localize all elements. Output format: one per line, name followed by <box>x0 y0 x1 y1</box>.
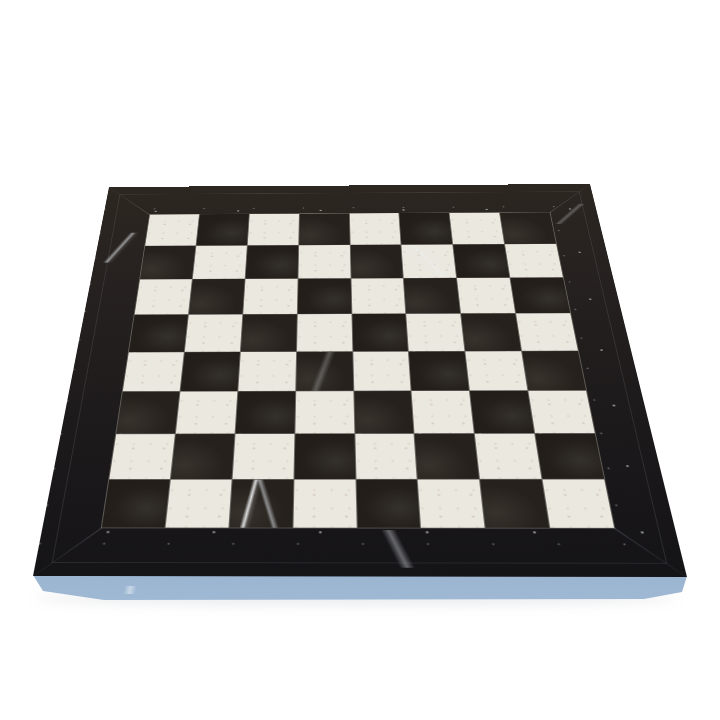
square-h7 <box>505 244 563 277</box>
square-d7 <box>298 245 350 278</box>
frame-miter-seam <box>614 528 688 578</box>
square-a8 <box>145 214 199 245</box>
square-e5 <box>352 314 408 351</box>
square-b7 <box>193 246 247 279</box>
square-c5 <box>241 314 297 351</box>
square-f8 <box>400 213 453 244</box>
square-d5 <box>297 314 352 351</box>
square-a6 <box>135 279 192 314</box>
square-b2 <box>171 434 235 479</box>
square-e2 <box>355 434 417 479</box>
square-e7 <box>350 245 403 278</box>
square-d3 <box>295 392 354 434</box>
square-h6 <box>510 278 570 313</box>
square-g5 <box>461 313 521 350</box>
square-g7 <box>453 244 509 277</box>
square-h3 <box>529 391 595 433</box>
square-b6 <box>189 279 245 314</box>
square-a5 <box>129 315 188 352</box>
square-e6 <box>351 278 406 313</box>
square-d1 <box>293 480 356 528</box>
square-f4 <box>409 351 469 391</box>
square-g2 <box>475 434 541 479</box>
square-f5 <box>407 314 465 351</box>
square-d2 <box>294 434 355 479</box>
square-f6 <box>404 278 460 313</box>
square-b5 <box>185 314 242 351</box>
square-e8 <box>349 213 400 244</box>
square-g6 <box>457 278 515 313</box>
square-a2 <box>109 434 174 479</box>
square-c1 <box>229 480 293 528</box>
square-h4 <box>522 351 586 391</box>
square-a7 <box>140 246 195 279</box>
square-f2 <box>415 434 479 479</box>
square-d8 <box>299 214 350 245</box>
square-c8 <box>248 214 299 245</box>
square-c4 <box>238 352 296 391</box>
photo-background <box>0 0 720 720</box>
frame-miter-seam <box>109 187 151 215</box>
square-c2 <box>232 434 294 479</box>
chess-board <box>33 184 687 577</box>
square-g8 <box>450 213 504 244</box>
square-f3 <box>412 391 474 433</box>
square-f7 <box>402 245 457 278</box>
square-d6 <box>297 279 351 314</box>
square-b3 <box>176 392 237 434</box>
marble-vein <box>545 204 594 225</box>
square-c6 <box>243 279 297 314</box>
square-e3 <box>354 391 414 433</box>
square-h5 <box>516 313 578 350</box>
square-c7 <box>245 245 298 278</box>
square-e1 <box>356 480 420 528</box>
square-g1 <box>480 480 549 528</box>
square-e4 <box>353 351 411 390</box>
square-h2 <box>535 434 604 479</box>
marble-vein <box>98 233 145 263</box>
square-d4 <box>296 352 353 391</box>
square-a4 <box>123 352 184 391</box>
square-g3 <box>470 391 534 433</box>
square-c3 <box>235 392 295 434</box>
square-h1 <box>543 480 614 528</box>
frame-miter-seam <box>33 527 103 576</box>
square-f1 <box>418 480 485 528</box>
square-b1 <box>165 480 231 528</box>
playing-grid <box>102 212 614 527</box>
square-g4 <box>466 351 528 391</box>
square-h8 <box>500 212 556 243</box>
marble-vein <box>353 530 447 568</box>
square-b8 <box>196 214 248 245</box>
square-b4 <box>180 352 239 391</box>
square-a3 <box>116 392 179 434</box>
square-a1 <box>102 480 170 528</box>
